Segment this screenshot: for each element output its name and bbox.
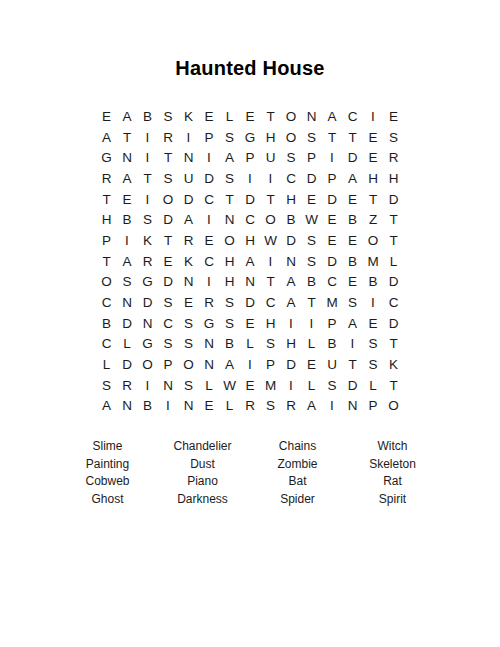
- grid-cell-r8c6[interactable]: C: [199, 251, 220, 272]
- grid-cell-r1c15[interactable]: E: [383, 106, 404, 127]
- grid-cell-r7c8[interactable]: H: [240, 230, 261, 251]
- grid-cell-r5c7[interactable]: T: [219, 189, 240, 210]
- grid-cell-r14c13[interactable]: D: [342, 375, 363, 396]
- grid-cell-r5c4[interactable]: O: [158, 189, 179, 210]
- grid-cell-r4c2[interactable]: A: [117, 168, 138, 189]
- grid-cell-r15c3[interactable]: B: [137, 396, 158, 417]
- grid-cell-r12c7[interactable]: B: [219, 334, 240, 355]
- grid-cell-r8c3[interactable]: R: [137, 251, 158, 272]
- grid-cell-r10c3[interactable]: D: [137, 292, 158, 313]
- grid-cell-r15c13[interactable]: N: [342, 396, 363, 417]
- word-skeleton: Skeleton: [345, 455, 440, 473]
- grid-cell-r15c9[interactable]: S: [260, 396, 281, 417]
- grid-cell-r4c7[interactable]: S: [219, 168, 240, 189]
- grid-cell-r14c15[interactable]: T: [383, 375, 404, 396]
- grid-cell-r8c11[interactable]: S: [301, 251, 322, 272]
- grid-cell-r1c11[interactable]: N: [301, 106, 322, 127]
- grid-cell-r3c9[interactable]: U: [260, 147, 281, 168]
- grid-cell-r2c7[interactable]: S: [219, 127, 240, 148]
- grid-cell-r4c12[interactable]: P: [322, 168, 343, 189]
- grid-cell-r7c11[interactable]: S: [301, 230, 322, 251]
- grid-cell-r1c12[interactable]: A: [322, 106, 343, 127]
- grid-cell-r11c3[interactable]: N: [137, 313, 158, 334]
- word-spider: Spider: [250, 490, 345, 508]
- grid-cell-r5c3[interactable]: I: [137, 189, 158, 210]
- grid-cell-r14c4[interactable]: N: [158, 375, 179, 396]
- grid-cell-r3c4[interactable]: T: [158, 147, 179, 168]
- grid-cell-r9c6[interactable]: I: [199, 272, 220, 293]
- grid-cell-r13c3[interactable]: O: [137, 354, 158, 375]
- grid-cell-r10c14[interactable]: I: [363, 292, 384, 313]
- grid-cell-r14c14[interactable]: L: [363, 375, 384, 396]
- grid-cell-r2c5[interactable]: I: [178, 127, 199, 148]
- grid-cell-r9c15[interactable]: D: [383, 272, 404, 293]
- grid-cell-r9c3[interactable]: G: [137, 272, 158, 293]
- grid-cell-r14c5[interactable]: S: [178, 375, 199, 396]
- grid-cell-r8c9[interactable]: I: [260, 251, 281, 272]
- grid-cell-r13c10[interactable]: D: [281, 354, 302, 375]
- puzzle-title: Haunted House: [0, 0, 500, 80]
- grid-cell-r8c12[interactable]: D: [322, 251, 343, 272]
- grid-cell-r10c13[interactable]: S: [342, 292, 363, 313]
- grid-cell-r1c7[interactable]: L: [219, 106, 240, 127]
- grid-cell-r10c2[interactable]: N: [117, 292, 138, 313]
- grid-cell-r5c9[interactable]: T: [260, 189, 281, 210]
- grid-cell-r6c11[interactable]: W: [301, 209, 322, 230]
- grid-cell-r4c8[interactable]: I: [240, 168, 261, 189]
- grid-cell-r3c5[interactable]: N: [178, 147, 199, 168]
- grid-cell-r8c10[interactable]: N: [281, 251, 302, 272]
- grid-cell-r15c4[interactable]: I: [158, 396, 179, 417]
- grid-cell-r8c7[interactable]: H: [219, 251, 240, 272]
- grid-cell-r14c9[interactable]: M: [260, 375, 281, 396]
- grid-cell-r13c11[interactable]: E: [301, 354, 322, 375]
- grid-cell-r9c7[interactable]: H: [219, 272, 240, 293]
- grid-cell-r6c7[interactable]: N: [219, 209, 240, 230]
- grid-cell-r12c2[interactable]: L: [117, 334, 138, 355]
- grid-cell-r7c1[interactable]: P: [96, 230, 117, 251]
- word-chains: Chains: [250, 437, 345, 455]
- grid-cell-r4c13[interactable]: A: [342, 168, 363, 189]
- word-bat: Bat: [250, 472, 345, 490]
- word-piano: Piano: [155, 472, 250, 490]
- grid-cell-r14c11[interactable]: L: [301, 375, 322, 396]
- grid-cell-r1c1[interactable]: E: [96, 106, 117, 127]
- grid-cell-r14c1[interactable]: S: [96, 375, 117, 396]
- grid-cell-r8c5[interactable]: K: [178, 251, 199, 272]
- grid-cell-r14c10[interactable]: I: [281, 375, 302, 396]
- word-painting: Painting: [60, 455, 155, 473]
- grid-cell-r14c12[interactable]: S: [322, 375, 343, 396]
- grid-cell-r9c8[interactable]: N: [240, 272, 261, 293]
- word-cobweb: Cobweb: [60, 472, 155, 490]
- grid-cell-r9c11[interactable]: B: [301, 272, 322, 293]
- letter-grid: EABSKELETONACIEATIRIPSGHOSTTESGNITNIAPUS…: [0, 106, 500, 416]
- grid-cell-r4c5[interactable]: U: [178, 168, 199, 189]
- grid-cell-r10c6[interactable]: R: [199, 292, 220, 313]
- grid-cell-r7c3[interactable]: K: [137, 230, 158, 251]
- grid-cell-r14c7[interactable]: W: [219, 375, 240, 396]
- grid-cell-r9c5[interactable]: N: [178, 272, 199, 293]
- grid-cell-r10c5[interactable]: E: [178, 292, 199, 313]
- grid-cell-r11c11[interactable]: I: [301, 313, 322, 334]
- grid-cell-r7c9[interactable]: W: [260, 230, 281, 251]
- grid-cell-r3c13[interactable]: D: [342, 147, 363, 168]
- grid-cell-r9c14[interactable]: B: [363, 272, 384, 293]
- word-zombie: Zombie: [250, 455, 345, 473]
- word-chandelier: Chandelier: [155, 437, 250, 455]
- grid-cell-r9c13[interactable]: E: [342, 272, 363, 293]
- grid-cell-r11c15[interactable]: D: [383, 313, 404, 334]
- grid-cell-r3c12[interactable]: I: [322, 147, 343, 168]
- grid-cell-r2c15[interactable]: S: [383, 127, 404, 148]
- grid-cell-r4c15[interactable]: H: [383, 168, 404, 189]
- grid-cell-r2c1[interactable]: A: [96, 127, 117, 148]
- grid-cell-r11c13[interactable]: A: [342, 313, 363, 334]
- grid-cell-r12c3[interactable]: G: [137, 334, 158, 355]
- grid-cell-r3c6[interactable]: I: [199, 147, 220, 168]
- grid-cell-r6c5[interactable]: A: [178, 209, 199, 230]
- grid-cell-r14c3[interactable]: I: [137, 375, 158, 396]
- grid-cell-r2c2[interactable]: T: [117, 127, 138, 148]
- grid-cell-r10c4[interactable]: S: [158, 292, 179, 313]
- grid-cell-r5c15[interactable]: D: [383, 189, 404, 210]
- grid-cell-r15c7[interactable]: L: [219, 396, 240, 417]
- grid-cell-r12c11[interactable]: L: [301, 334, 322, 355]
- grid-cell-r7c13[interactable]: E: [342, 230, 363, 251]
- grid-cell-r8c2[interactable]: A: [117, 251, 138, 272]
- grid-cell-r13c9[interactable]: P: [260, 354, 281, 375]
- grid-cell-r1c3[interactable]: B: [137, 106, 158, 127]
- grid-cell-r6c15[interactable]: T: [383, 209, 404, 230]
- grid-cell-r15c2[interactable]: N: [117, 396, 138, 417]
- grid-cell-r1c6[interactable]: E: [199, 106, 220, 127]
- grid-cell-r13c6[interactable]: N: [199, 354, 220, 375]
- grid-cell-r11c10[interactable]: I: [281, 313, 302, 334]
- grid-cell-r11c7[interactable]: S: [219, 313, 240, 334]
- grid-cell-r5c11[interactable]: E: [301, 189, 322, 210]
- grid-cell-r14c2[interactable]: R: [117, 375, 138, 396]
- grid-cell-r3c14[interactable]: E: [363, 147, 384, 168]
- grid-cell-r1c9[interactable]: T: [260, 106, 281, 127]
- grid-cell-r13c4[interactable]: P: [158, 354, 179, 375]
- grid-cell-r8c15[interactable]: L: [383, 251, 404, 272]
- grid-cell-r11c12[interactable]: P: [322, 313, 343, 334]
- grid-cell-r10c12[interactable]: M: [322, 292, 343, 313]
- grid-cell-r7c12[interactable]: E: [322, 230, 343, 251]
- grid-cell-r5c14[interactable]: T: [363, 189, 384, 210]
- word-ghost: Ghost: [60, 490, 155, 508]
- grid-cell-r11c6[interactable]: G: [199, 313, 220, 334]
- grid-cell-r11c2[interactable]: D: [117, 313, 138, 334]
- word-slime: Slime: [60, 437, 155, 455]
- grid-cell-r5c8[interactable]: D: [240, 189, 261, 210]
- grid-cell-r2c6[interactable]: P: [199, 127, 220, 148]
- grid-cell-r1c8[interactable]: E: [240, 106, 261, 127]
- grid-cell-r2c4[interactable]: R: [158, 127, 179, 148]
- grid-cell-r10c1[interactable]: C: [96, 292, 117, 313]
- grid-cell-r5c6[interactable]: C: [199, 189, 220, 210]
- grid-cell-r3c11[interactable]: P: [301, 147, 322, 168]
- grid-cell-r3c1[interactable]: G: [96, 147, 117, 168]
- grid-cell-r10c11[interactable]: T: [301, 292, 322, 313]
- grid-cell-r1c5[interactable]: K: [178, 106, 199, 127]
- grid-cell-r5c5[interactable]: D: [178, 189, 199, 210]
- grid-cell-r12c9[interactable]: S: [260, 334, 281, 355]
- grid-cell-r4c6[interactable]: D: [199, 168, 220, 189]
- grid-cell-r3c8[interactable]: P: [240, 147, 261, 168]
- grid-cell-r10c15[interactable]: C: [383, 292, 404, 313]
- grid-cell-r6c2[interactable]: B: [117, 209, 138, 230]
- grid-cell-r11c5[interactable]: S: [178, 313, 199, 334]
- grid-cell-r6c3[interactable]: S: [137, 209, 158, 230]
- grid-cell-r6c6[interactable]: I: [199, 209, 220, 230]
- grid-cell-r2c10[interactable]: O: [281, 127, 302, 148]
- grid-cell-r2c13[interactable]: T: [342, 127, 363, 148]
- grid-cell-r2c12[interactable]: T: [322, 127, 343, 148]
- grid-cell-r13c2[interactable]: D: [117, 354, 138, 375]
- grid-cell-r11c9[interactable]: H: [260, 313, 281, 334]
- grid-cell-r3c10[interactable]: S: [281, 147, 302, 168]
- grid-cell-r6c14[interactable]: Z: [363, 209, 384, 230]
- grid-cell-r4c11[interactable]: D: [301, 168, 322, 189]
- grid-cell-r9c9[interactable]: T: [260, 272, 281, 293]
- grid-cell-r12c1[interactable]: C: [96, 334, 117, 355]
- grid-cell-r6c4[interactable]: D: [158, 209, 179, 230]
- grid-cell-r12c12[interactable]: B: [322, 334, 343, 355]
- grid-cell-r3c15[interactable]: R: [383, 147, 404, 168]
- grid-cell-r15c14[interactable]: P: [363, 396, 384, 417]
- grid-cell-r15c10[interactable]: R: [281, 396, 302, 417]
- grid-cell-r10c9[interactable]: C: [260, 292, 281, 313]
- grid-cell-r1c14[interactable]: I: [363, 106, 384, 127]
- grid-cell-r2c8[interactable]: G: [240, 127, 261, 148]
- grid-cell-r4c3[interactable]: T: [137, 168, 158, 189]
- grid-cell-r12c8[interactable]: L: [240, 334, 261, 355]
- grid-cell-r7c4[interactable]: T: [158, 230, 179, 251]
- grid-cell-r4c14[interactable]: H: [363, 168, 384, 189]
- word-rat: Rat: [345, 472, 440, 490]
- grid-cell-r2c3[interactable]: I: [137, 127, 158, 148]
- grid-cell-r14c8[interactable]: E: [240, 375, 261, 396]
- grid-cell-r2c11[interactable]: S: [301, 127, 322, 148]
- grid-cell-r4c10[interactable]: C: [281, 168, 302, 189]
- grid-cell-r10c7[interactable]: S: [219, 292, 240, 313]
- word-spirit: Spirit: [345, 490, 440, 508]
- grid-cell-r7c5[interactable]: R: [178, 230, 199, 251]
- grid-cell-r12c6[interactable]: N: [199, 334, 220, 355]
- grid-cell-r14c6[interactable]: L: [199, 375, 220, 396]
- grid-cell-r6c10[interactable]: B: [281, 209, 302, 230]
- grid-cell-r15c1[interactable]: A: [96, 396, 117, 417]
- grid-cell-r12c14[interactable]: S: [363, 334, 384, 355]
- grid-cell-r5c12[interactable]: D: [322, 189, 343, 210]
- word-witch: Witch: [345, 437, 440, 455]
- grid-cell-r10c8[interactable]: D: [240, 292, 261, 313]
- grid-cell-r7c15[interactable]: T: [383, 230, 404, 251]
- grid-cell-r3c3[interactable]: I: [137, 147, 158, 168]
- grid-cell-r4c4[interactable]: S: [158, 168, 179, 189]
- grid-cell-r9c2[interactable]: S: [117, 272, 138, 293]
- grid-cell-r15c8[interactable]: R: [240, 396, 261, 417]
- grid-cell-r6c13[interactable]: B: [342, 209, 363, 230]
- grid-cell-r1c4[interactable]: S: [158, 106, 179, 127]
- grid-cell-r6c8[interactable]: C: [240, 209, 261, 230]
- grid-cell-r12c10[interactable]: H: [281, 334, 302, 355]
- grid-cell-r13c12[interactable]: U: [322, 354, 343, 375]
- word-list: SlimeChandelierChainsWitchPaintingDustZo…: [60, 437, 440, 507]
- grid-cell-r6c1[interactable]: H: [96, 209, 117, 230]
- grid-cell-r8c13[interactable]: B: [342, 251, 363, 272]
- grid-cell-r7c14[interactable]: O: [363, 230, 384, 251]
- grid-cell-r8c1[interactable]: T: [96, 251, 117, 272]
- grid-cell-r1c2[interactable]: A: [117, 106, 138, 127]
- grid-cell-r5c1[interactable]: T: [96, 189, 117, 210]
- grid-cell-r13c13[interactable]: T: [342, 354, 363, 375]
- grid-cell-r13c14[interactable]: S: [363, 354, 384, 375]
- grid-cell-r2c14[interactable]: E: [363, 127, 384, 148]
- grid-cell-r15c12[interactable]: I: [322, 396, 343, 417]
- grid-cell-r6c12[interactable]: E: [322, 209, 343, 230]
- grid-cell-r7c7[interactable]: O: [219, 230, 240, 251]
- grid-cell-r8c14[interactable]: M: [363, 251, 384, 272]
- grid-cell-r8c4[interactable]: E: [158, 251, 179, 272]
- grid-cell-r2c9[interactable]: H: [260, 127, 281, 148]
- grid-cell-r13c5[interactable]: O: [178, 354, 199, 375]
- grid-cell-r5c2[interactable]: E: [117, 189, 138, 210]
- grid-cell-r9c12[interactable]: C: [322, 272, 343, 293]
- grid-cell-r13c1[interactable]: L: [96, 354, 117, 375]
- word-dust: Dust: [155, 455, 250, 473]
- grid-cell-r1c13[interactable]: C: [342, 106, 363, 127]
- grid-cell-r13c15[interactable]: K: [383, 354, 404, 375]
- grid-cell-r11c4[interactable]: C: [158, 313, 179, 334]
- grid-cell-r8c8[interactable]: A: [240, 251, 261, 272]
- grid-cell-r3c2[interactable]: N: [117, 147, 138, 168]
- worksheet-page: Haunted House EABSKELETONACIEATIRIPSGHOS…: [0, 0, 500, 647]
- grid-cell-r11c8[interactable]: E: [240, 313, 261, 334]
- grid-cell-r12c13[interactable]: I: [342, 334, 363, 355]
- grid-cell-r4c9[interactable]: I: [260, 168, 281, 189]
- grid-cell-r12c4[interactable]: S: [158, 334, 179, 355]
- grid-cell-r13c7[interactable]: A: [219, 354, 240, 375]
- grid-cell-r15c6[interactable]: E: [199, 396, 220, 417]
- grid-cell-r10c10[interactable]: A: [281, 292, 302, 313]
- grid-cell-r4c1[interactable]: R: [96, 168, 117, 189]
- grid-cell-r13c8[interactable]: I: [240, 354, 261, 375]
- grid-cell-r7c2[interactable]: I: [117, 230, 138, 251]
- grid-cell-r9c10[interactable]: A: [281, 272, 302, 293]
- grid-cell-r1c10[interactable]: O: [281, 106, 302, 127]
- grid-cell-r5c13[interactable]: E: [342, 189, 363, 210]
- grid-cell-r3c7[interactable]: A: [219, 147, 240, 168]
- grid-cell-r5c10[interactable]: H: [281, 189, 302, 210]
- grid-cell-r11c1[interactable]: B: [96, 313, 117, 334]
- grid-cell-r9c1[interactable]: O: [96, 272, 117, 293]
- grid-cell-r6c9[interactable]: O: [260, 209, 281, 230]
- grid-cell-r15c15[interactable]: O: [383, 396, 404, 417]
- grid-cell-r12c5[interactable]: S: [178, 334, 199, 355]
- grid-cell-r7c10[interactable]: D: [281, 230, 302, 251]
- grid-cell-r9c4[interactable]: D: [158, 272, 179, 293]
- grid-cell-r15c5[interactable]: N: [178, 396, 199, 417]
- word-darkness: Darkness: [155, 490, 250, 508]
- grid-cell-r11c14[interactable]: E: [363, 313, 384, 334]
- grid-cell-r12c15[interactable]: T: [383, 334, 404, 355]
- grid-cell-r15c11[interactable]: A: [301, 396, 322, 417]
- grid-cell-r7c6[interactable]: E: [199, 230, 220, 251]
